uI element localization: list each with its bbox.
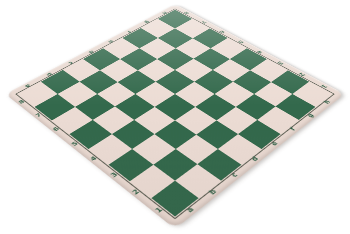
coordinate-text: c [66, 60, 73, 64]
coordinate-text: 8 [18, 99, 26, 105]
vinyl-chessboard-mat: abcdefgh abcdefgh 12345678 12345678 [5, 4, 344, 229]
chessboard-scene: abcdefgh abcdefgh 12345678 12345678 [5, 4, 344, 229]
coordinate-text: 7 [199, 19, 206, 23]
coordinate-text: f [125, 29, 131, 33]
coordinate-text: c [230, 172, 239, 179]
coordinate-text: 2 [131, 188, 141, 195]
coordinate-text: 1 [154, 206, 164, 214]
coordinate-text: 7 [34, 112, 42, 118]
coordinate-text: g [143, 19, 150, 23]
board-squares-grid [18, 9, 332, 216]
coordinate-text: b [208, 188, 218, 196]
coordinate-text: d [250, 155, 260, 162]
coordinate-text: 5 [70, 140, 79, 146]
coordinate-text: 6 [217, 29, 224, 33]
coordinate-text: 3 [275, 60, 283, 65]
coordinate-text: 6 [52, 126, 61, 132]
coordinate-text: h [323, 99, 332, 105]
coordinate-text: e [106, 39, 113, 43]
coordinate-text: 2 [296, 71, 304, 76]
coordinate-text: g [306, 112, 315, 118]
coordinate-text: a [22, 83, 30, 88]
coordinate-text: h [160, 10, 167, 14]
coordinate-text: b [45, 71, 53, 76]
coordinate-text: 4 [255, 49, 263, 54]
coordinate-text: 1 [318, 83, 327, 88]
coordinate-text: 8 [182, 10, 189, 14]
product-photo-background: abcdefgh abcdefgh 12345678 12345678 [0, 0, 350, 234]
coordinate-text: e [270, 140, 279, 146]
coordinate-text: a [185, 206, 195, 214]
coordinate-text: 4 [89, 155, 98, 162]
coordinate-text: 3 [110, 171, 120, 178]
coordinate-text: d [86, 49, 94, 54]
coordinate-text: f [289, 126, 297, 131]
coordinate-text: 5 [236, 39, 244, 43]
